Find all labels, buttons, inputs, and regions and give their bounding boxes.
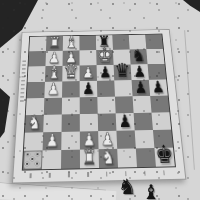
- square-g4[interactable]: [133, 96, 152, 113]
- captured-black-knight[interactable]: ♞: [118, 177, 137, 198]
- square-h3[interactable]: [152, 112, 172, 130]
- square-h4[interactable]: [150, 96, 169, 113]
- square-a7[interactable]: [28, 51, 46, 66]
- square-e6[interactable]: ♟: [97, 65, 115, 81]
- piece-white-knight-e1[interactable]: ♞: [100, 147, 116, 168]
- coordinate-ticks: [22, 170, 175, 178]
- captured-black-bishop[interactable]: ♝: [142, 182, 160, 200]
- corner-emblem: [24, 151, 42, 168]
- piece-black-pawn-e6[interactable]: ♟: [99, 65, 112, 81]
- square-h7[interactable]: [146, 49, 164, 64]
- square-c4[interactable]: [62, 97, 80, 114]
- photo-chess-scene: { "game": "chess", "scene_description": …: [0, 0, 200, 200]
- chess-board: ♜♝♜♟♟♚♞♝♛♟♟♛♟♟♟♟♟♞♟♟♟♟♜♞♚: [12, 29, 186, 183]
- square-c2[interactable]: [61, 132, 80, 150]
- piece-white-knight-a3[interactable]: ♞: [27, 113, 42, 133]
- square-d4[interactable]: [80, 97, 98, 114]
- square-c3[interactable]: [62, 114, 80, 132]
- paper-edge-line-right: [184, 30, 195, 170]
- square-a1[interactable]: [23, 150, 43, 169]
- square-f3[interactable]: ♟: [116, 113, 135, 131]
- square-f1[interactable]: [117, 148, 137, 167]
- square-a8[interactable]: [29, 36, 46, 51]
- square-e1[interactable]: ♞: [99, 149, 118, 168]
- dark-table-edge-left: [0, 88, 10, 138]
- square-g1[interactable]: [136, 148, 156, 167]
- square-a5[interactable]: [27, 82, 45, 99]
- paper-under-sheet: [0, 183, 116, 200]
- square-g2[interactable]: [135, 130, 155, 148]
- piece-white-rook-d1[interactable]: ♜: [82, 148, 96, 168]
- square-b2[interactable]: ♟: [43, 132, 62, 150]
- square-b1[interactable]: [42, 150, 61, 169]
- dark-table-corner-top-right: [183, 0, 200, 12]
- square-g3[interactable]: [134, 113, 153, 131]
- piece-white-pawn-b2[interactable]: ♟: [45, 132, 59, 150]
- square-e5[interactable]: [97, 80, 115, 97]
- piece-white-queen-c6[interactable]: ♛: [63, 62, 79, 82]
- square-e4[interactable]: [97, 97, 115, 114]
- piece-black-queen-f6[interactable]: ♛: [114, 61, 130, 81]
- piece-black-pawn-d5[interactable]: ♟: [82, 81, 95, 97]
- square-h5[interactable]: ♟: [149, 79, 168, 95]
- board-grid: ♜♝♜♟♟♚♞♝♛♟♟♛♟♟♟♟♟♞♟♟♟♟♜♞♚: [23, 34, 175, 169]
- board-brand-text: [20, 60, 26, 101]
- square-d8[interactable]: [79, 36, 96, 51]
- piece-black-pawn-h5[interactable]: ♟: [151, 80, 165, 96]
- piece-white-pawn-b5[interactable]: ♟: [47, 82, 60, 98]
- square-b5[interactable]: ♟: [44, 81, 62, 98]
- square-f6[interactable]: ♛: [114, 65, 132, 81]
- square-a6[interactable]: [28, 66, 46, 82]
- square-f8[interactable]: [112, 35, 129, 50]
- square-c6[interactable]: ♛: [62, 66, 79, 82]
- square-c5[interactable]: [62, 81, 80, 98]
- piece-black-pawn-f3[interactable]: ♟: [118, 113, 132, 130]
- square-a2[interactable]: [24, 132, 43, 151]
- square-h1[interactable]: ♚: [154, 148, 174, 167]
- square-f5[interactable]: [114, 80, 132, 97]
- piece-black-pawn-g5[interactable]: ♟: [134, 80, 148, 96]
- square-g5[interactable]: ♟: [132, 80, 151, 96]
- square-f2[interactable]: [116, 130, 135, 148]
- square-a3[interactable]: ♞: [25, 115, 44, 133]
- square-c1[interactable]: [61, 150, 80, 169]
- square-d1[interactable]: ♜: [80, 149, 99, 168]
- square-b4[interactable]: [44, 98, 62, 115]
- square-d5[interactable]: ♟: [80, 81, 98, 98]
- square-h8[interactable]: [145, 34, 163, 49]
- piece-black-king-h1[interactable]: ♚: [154, 142, 174, 167]
